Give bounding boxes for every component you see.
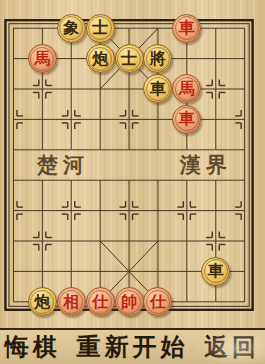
restart-button[interactable]: 重新开始 (77, 331, 189, 363)
undo-button[interactable]: 悔棋 (5, 331, 61, 363)
piece-red-車[interactable]: 車 (172, 14, 201, 43)
piece-grid: 象士車馬炮士將車馬車車炮相仕帥仕 (0, 13, 260, 317)
back-button[interactable]: 返回 (204, 331, 260, 363)
xiangqi-app: 楚河 漢界 象士車馬炮士將車馬車車炮相仕帥仕 悔棋 重新开始 返回 (0, 0, 265, 364)
piece-red-仕[interactable]: 仕 (86, 287, 115, 316)
piece-red-帥[interactable]: 帥 (115, 287, 144, 316)
piece-red-馬[interactable]: 馬 (172, 74, 201, 103)
piece-red-車[interactable]: 車 (172, 105, 201, 134)
piece-red-仕[interactable]: 仕 (143, 287, 172, 316)
xiangqi-board: 楚河 漢界 象士車馬炮士將車馬車車炮相仕帥仕 (0, 0, 265, 328)
piece-black-象[interactable]: 象 (57, 14, 86, 43)
piece-red-馬[interactable]: 馬 (28, 44, 57, 73)
piece-black-炮[interactable]: 炮 (86, 44, 115, 73)
toolbar: 悔棋 重新开始 返回 (0, 328, 265, 364)
piece-red-相[interactable]: 相 (57, 287, 86, 316)
piece-black-車[interactable]: 車 (143, 74, 172, 103)
piece-black-士[interactable]: 士 (115, 44, 144, 73)
piece-black-炮[interactable]: 炮 (28, 287, 57, 316)
piece-black-士[interactable]: 士 (86, 14, 115, 43)
piece-black-將[interactable]: 將 (143, 44, 172, 73)
piece-black-車[interactable]: 車 (201, 257, 230, 286)
